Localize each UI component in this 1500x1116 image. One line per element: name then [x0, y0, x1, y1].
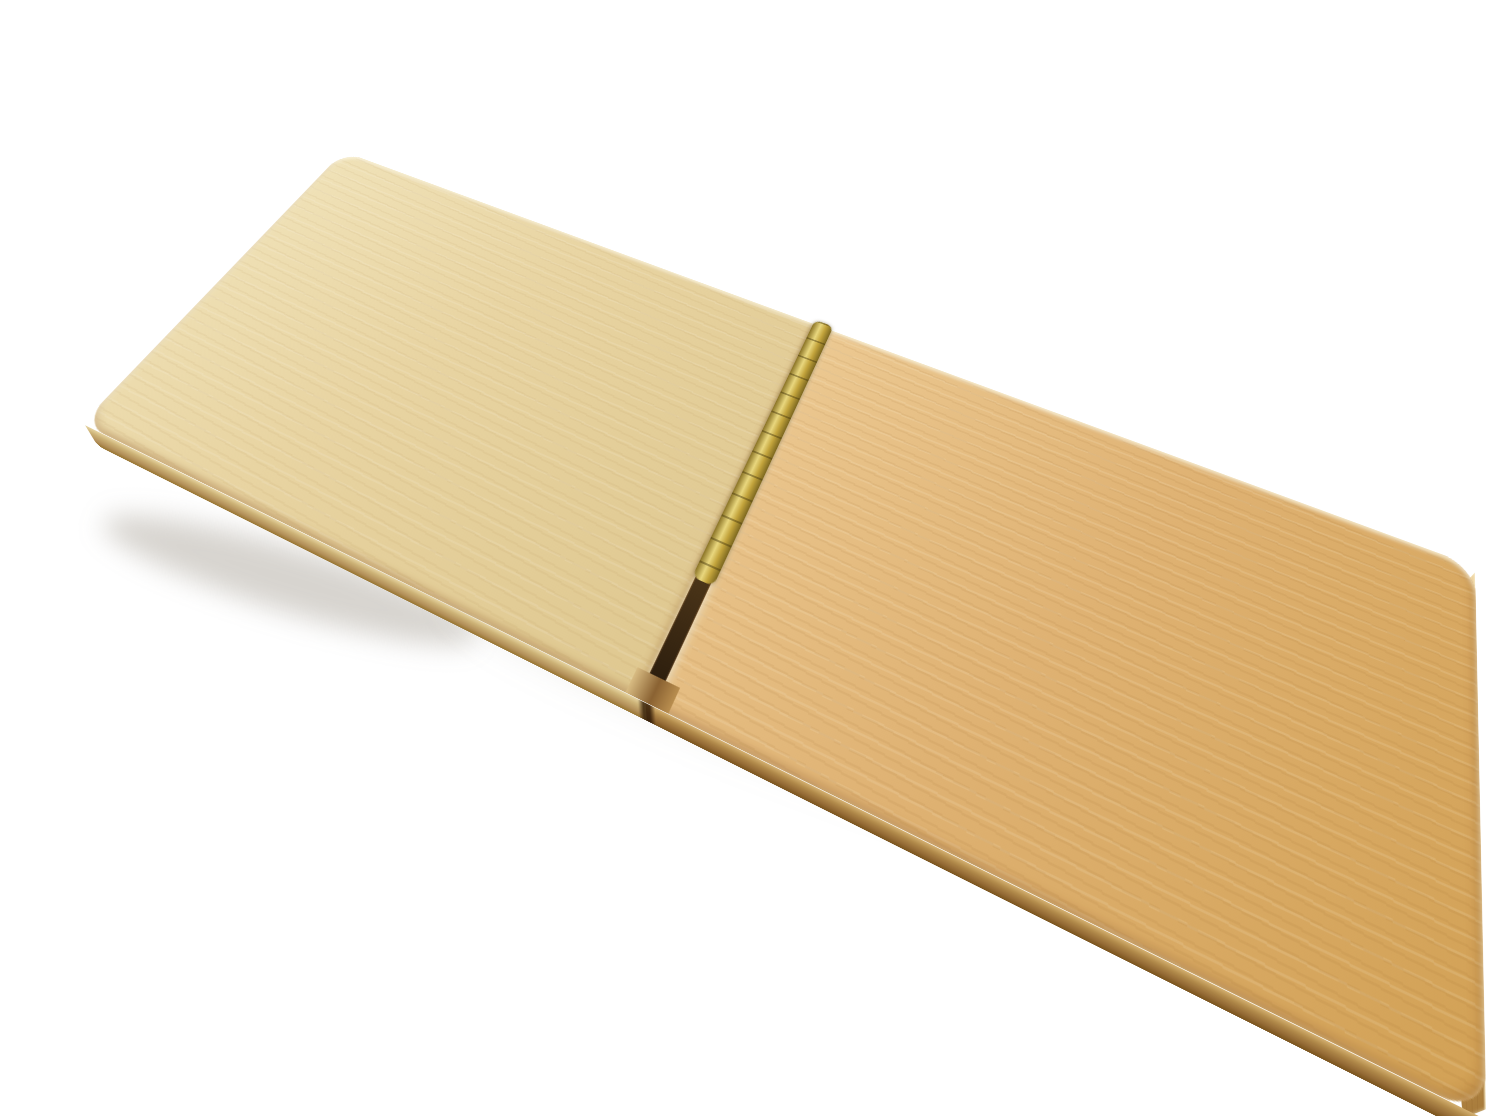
mancala-board — [82, 152, 1486, 1116]
board-half-right — [654, 330, 1487, 1116]
photo-stage — [0, 0, 1500, 1116]
perspective-wrapper — [0, 0, 1500, 1116]
mancala-board-top — [82, 152, 1487, 1116]
